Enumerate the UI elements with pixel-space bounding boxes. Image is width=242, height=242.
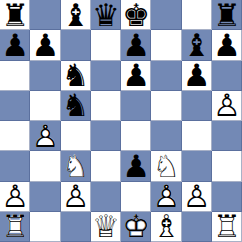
square-b1[interactable] xyxy=(30,212,60,242)
square-d7[interactable] xyxy=(91,30,121,60)
square-f7[interactable] xyxy=(151,30,181,60)
black-pawn-icon[interactable]: ♟ xyxy=(121,61,151,91)
black-rook-icon[interactable]: ♜ xyxy=(0,0,30,30)
square-f5[interactable] xyxy=(151,91,181,121)
black-rook-icon[interactable]: ♜ xyxy=(212,0,242,30)
square-e8[interactable]: ♚ xyxy=(121,0,151,30)
black-knight-icon[interactable]: ♞ xyxy=(61,61,91,91)
square-d6[interactable] xyxy=(91,61,121,91)
black-pawn-icon[interactable]: ♟ xyxy=(30,30,60,60)
square-h1[interactable]: ♜♖ xyxy=(212,212,242,242)
square-c7[interactable] xyxy=(61,30,91,60)
square-h5[interactable]: ♟♙ xyxy=(212,91,242,121)
square-a7[interactable]: ♟ xyxy=(0,30,30,60)
square-c5[interactable]: ♞ xyxy=(61,91,91,121)
square-g6[interactable]: ♟ xyxy=(182,61,212,91)
square-g4[interactable] xyxy=(182,121,212,151)
square-f2[interactable]: ♟♙ xyxy=(151,182,181,212)
white-pawn-icon[interactable]: ♟♙ xyxy=(151,182,181,212)
black-pawn-icon[interactable]: ♟ xyxy=(0,30,30,60)
square-e5[interactable] xyxy=(121,91,151,121)
square-e1[interactable]: ♚♔ xyxy=(121,212,151,242)
white-knight-icon[interactable]: ♞♘ xyxy=(61,151,91,181)
square-e4[interactable] xyxy=(121,121,151,151)
square-c1[interactable] xyxy=(61,212,91,242)
square-a5[interactable] xyxy=(0,91,30,121)
black-pawn-icon[interactable]: ♟ xyxy=(121,151,151,181)
square-a8[interactable]: ♜ xyxy=(0,0,30,30)
square-h4[interactable] xyxy=(212,121,242,151)
square-f4[interactable] xyxy=(151,121,181,151)
black-bishop-icon[interactable]: ♝ xyxy=(182,30,212,60)
square-f8[interactable] xyxy=(151,0,181,30)
square-g5[interactable] xyxy=(182,91,212,121)
black-pawn-icon[interactable]: ♟ xyxy=(182,61,212,91)
square-b6[interactable] xyxy=(30,61,60,91)
square-c4[interactable] xyxy=(61,121,91,151)
square-e2[interactable] xyxy=(121,182,151,212)
square-b5[interactable] xyxy=(30,91,60,121)
black-pawn-icon[interactable]: ♟ xyxy=(121,30,151,60)
white-pawn-icon[interactable]: ♟♙ xyxy=(182,182,212,212)
white-bishop-icon[interactable]: ♝♗ xyxy=(151,212,181,242)
square-d4[interactable] xyxy=(91,121,121,151)
square-g7[interactable]: ♝ xyxy=(182,30,212,60)
square-g2[interactable]: ♟♙ xyxy=(182,182,212,212)
square-a6[interactable] xyxy=(0,61,30,91)
square-d2[interactable] xyxy=(91,182,121,212)
square-e3[interactable]: ♟ xyxy=(121,151,151,181)
white-rook-icon[interactable]: ♜♖ xyxy=(212,212,242,242)
white-rook-icon[interactable]: ♜♖ xyxy=(0,212,30,242)
square-a2[interactable]: ♟♙ xyxy=(0,182,30,212)
square-h6[interactable] xyxy=(212,61,242,91)
square-g1[interactable] xyxy=(182,212,212,242)
white-queen-icon[interactable]: ♛♕ xyxy=(91,212,121,242)
white-king-icon[interactable]: ♚♔ xyxy=(121,212,151,242)
square-b8[interactable] xyxy=(30,0,60,30)
black-knight-icon[interactable]: ♞ xyxy=(61,91,91,121)
square-e6[interactable]: ♟ xyxy=(121,61,151,91)
white-pawn-icon[interactable]: ♟♙ xyxy=(212,91,242,121)
white-pawn-icon[interactable]: ♟♙ xyxy=(61,182,91,212)
square-d3[interactable] xyxy=(91,151,121,181)
square-h8[interactable]: ♜ xyxy=(212,0,242,30)
square-g3[interactable] xyxy=(182,151,212,181)
black-king-icon[interactable]: ♚ xyxy=(121,0,151,30)
square-d1[interactable]: ♛♕ xyxy=(91,212,121,242)
square-a4[interactable] xyxy=(0,121,30,151)
white-knight-icon[interactable]: ♞♘ xyxy=(151,151,181,181)
chess-board: ♜♝♛♚♜♟♟♟♝♟♞♟♟♞♟♙♟♙♞♘♟♞♘♟♙♟♙♟♙♟♙♜♖♛♕♚♔♝♗♜… xyxy=(0,0,242,242)
black-bishop-icon[interactable]: ♝ xyxy=(61,0,91,30)
white-pawn-icon[interactable]: ♟♙ xyxy=(0,182,30,212)
square-d5[interactable] xyxy=(91,91,121,121)
square-b2[interactable] xyxy=(30,182,60,212)
white-pawn-icon[interactable]: ♟♙ xyxy=(30,121,60,151)
square-a1[interactable]: ♜♖ xyxy=(0,212,30,242)
square-b4[interactable]: ♟♙ xyxy=(30,121,60,151)
black-pawn-icon[interactable]: ♟ xyxy=(212,30,242,60)
square-c3[interactable]: ♞♘ xyxy=(61,151,91,181)
square-h2[interactable] xyxy=(212,182,242,212)
square-f6[interactable] xyxy=(151,61,181,91)
square-b7[interactable]: ♟ xyxy=(30,30,60,60)
square-a3[interactable] xyxy=(0,151,30,181)
square-b3[interactable] xyxy=(30,151,60,181)
square-f1[interactable]: ♝♗ xyxy=(151,212,181,242)
square-c6[interactable]: ♞ xyxy=(61,61,91,91)
black-queen-icon[interactable]: ♛ xyxy=(91,0,121,30)
square-h3[interactable] xyxy=(212,151,242,181)
square-e7[interactable]: ♟ xyxy=(121,30,151,60)
square-c2[interactable]: ♟♙ xyxy=(61,182,91,212)
square-c8[interactable]: ♝ xyxy=(61,0,91,30)
square-g8[interactable] xyxy=(182,0,212,30)
square-f3[interactable]: ♞♘ xyxy=(151,151,181,181)
square-d8[interactable]: ♛ xyxy=(91,0,121,30)
square-h7[interactable]: ♟ xyxy=(212,30,242,60)
